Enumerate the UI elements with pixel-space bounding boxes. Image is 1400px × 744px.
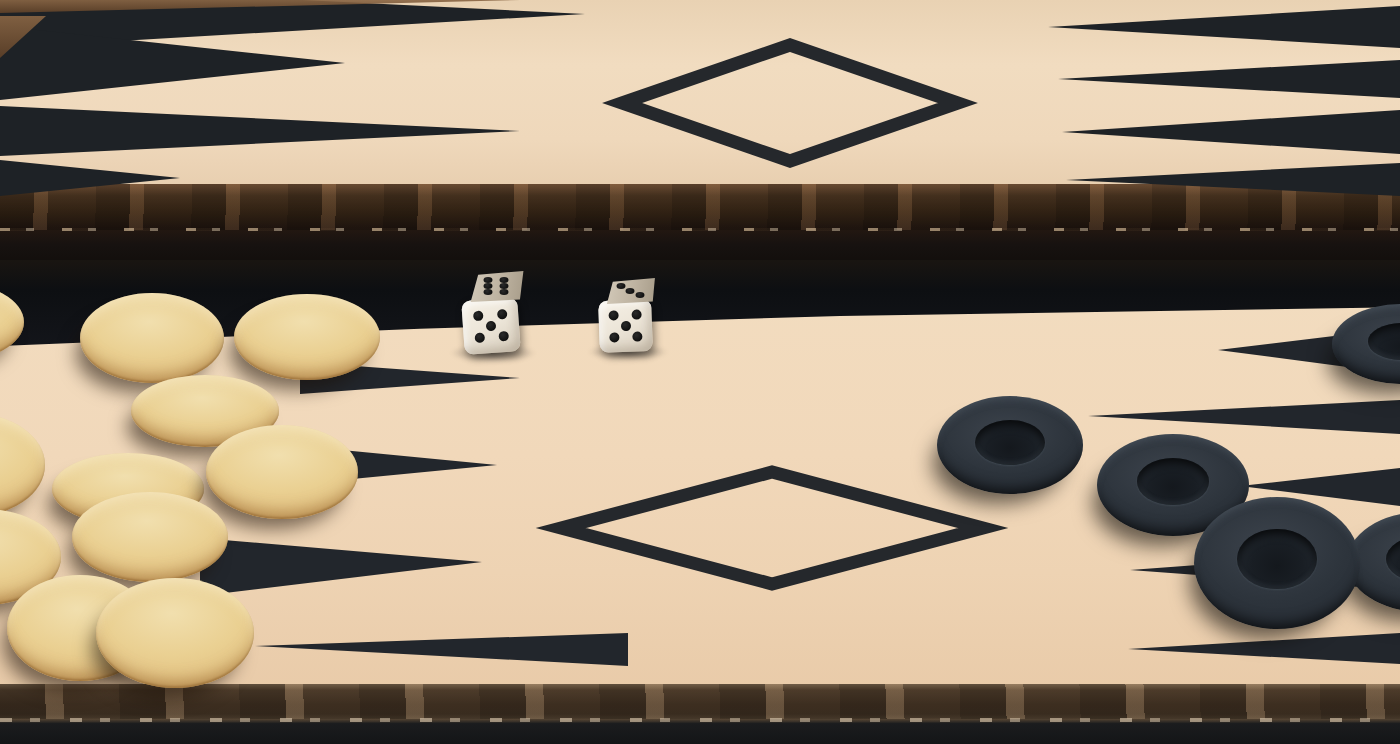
die-pip: [500, 277, 509, 283]
die-pip: [484, 289, 493, 295]
die-1-front-face[interactable]: [461, 297, 521, 355]
checker-cream[interactable]: [96, 578, 254, 688]
die-pip: [609, 332, 619, 342]
die-pip: [609, 310, 619, 320]
board-centre-diamond: [610, 33, 970, 173]
die-pip: [632, 331, 642, 341]
checker-cream[interactable]: [234, 294, 380, 380]
die-pip: [498, 331, 509, 342]
checker-dimple: [1368, 323, 1400, 360]
die-pip: [616, 283, 625, 289]
checker-dimple: [1237, 529, 1317, 590]
die-pip: [626, 288, 635, 294]
die-2-front-face[interactable]: [598, 299, 653, 353]
board-near-edge-rail: [0, 684, 1400, 744]
checker-cream[interactable]: [206, 425, 358, 519]
board-centre-diamond: [549, 460, 995, 596]
die-pip: [484, 283, 493, 289]
die-pip: [620, 321, 630, 331]
checker-dimple: [975, 420, 1045, 465]
die-pip: [500, 283, 509, 289]
die-pip: [486, 321, 497, 332]
checker-dark[interactable]: [1194, 497, 1360, 629]
checker-dimple: [1137, 458, 1210, 505]
checker-cream[interactable]: [72, 492, 228, 582]
checker-dimple: [1386, 536, 1400, 582]
checker-dark[interactable]: [937, 396, 1083, 494]
die-pip: [484, 277, 493, 283]
board-centre-rail: [0, 184, 1400, 268]
die-pip: [473, 310, 484, 321]
die-pip: [500, 289, 509, 295]
die-pip: [635, 292, 644, 298]
checker-cream[interactable]: [80, 293, 224, 383]
backgammon-photo-scene: [0, 0, 1400, 744]
die-pip: [631, 309, 641, 319]
die-pip: [497, 308, 508, 319]
die-pip: [475, 333, 486, 344]
